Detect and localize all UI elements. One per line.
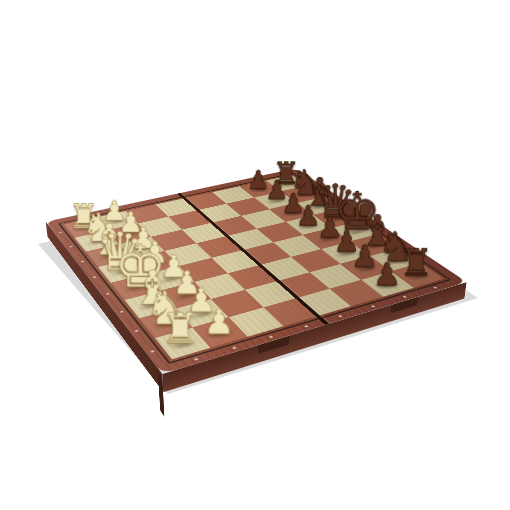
frame-coordinate-dot	[106, 293, 110, 295]
frame-coordinate-dot	[403, 296, 408, 298]
frame-coordinate-dot	[150, 350, 155, 353]
frame-coordinate-dot	[304, 325, 309, 328]
piece-white-pawn-h2: ♟	[203, 306, 234, 340]
product-photo-scene: ♜♞♝♛♚♝♞♜♟♟♟♟♟♟♟♟♟♟♟♟♟♟♟♟♜♞♝♛♚♝♞♜	[0, 0, 510, 510]
piece-black-pawn-h7: ♟	[373, 259, 401, 290]
board-frame: ♜♞♝♛♚♝♞♜♟♟♟♟♟♟♟♟♟♟♟♟♟♟♟♟♜♞♝♛♚♝♞♜	[46, 168, 467, 374]
frame-coordinate-dot	[269, 336, 274, 339]
frame-coordinate-dot	[338, 315, 343, 317]
frame-coordinate-dot	[232, 346, 237, 349]
frame-coordinate-dot	[134, 330, 139, 333]
piece-white-rook-h1: ♜	[161, 308, 199, 350]
piece-black-rook-h8: ♜	[399, 245, 432, 282]
chess-board: ♜♞♝♛♚♝♞♜♟♟♟♟♟♟♟♟♟♟♟♟♟♟♟♟♜♞♝♛♚♝♞♜	[46, 168, 467, 374]
frame-coordinate-dot	[81, 260, 85, 262]
frame-pinstripe-border: ♜♞♝♛♚♝♞♜♟♟♟♟♟♟♟♟♟♟♟♟♟♟♟♟♜♞♝♛♚♝♞♜	[58, 173, 452, 364]
frame-coordinate-dot	[93, 276, 97, 278]
frame-coordinate-dot	[433, 287, 438, 289]
frame-coordinate-dot	[69, 246, 73, 248]
frame-coordinate-dot	[120, 311, 124, 313]
frame-coordinate-dot	[58, 232, 62, 234]
perspective-stage: ♜♞♝♛♚♝♞♜♟♟♟♟♟♟♟♟♟♟♟♟♟♟♟♟♜♞♝♛♚♝♞♜	[0, 0, 510, 510]
frame-coordinate-dot	[194, 358, 199, 361]
frame-coordinate-dot	[371, 305, 376, 307]
